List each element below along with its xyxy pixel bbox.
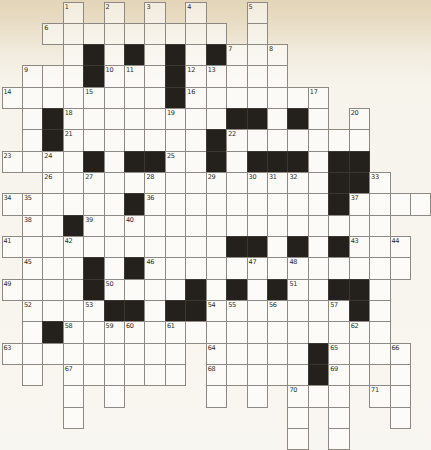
answer-square-r12c10[interactable] xyxy=(206,257,227,279)
answer-square-r4c14[interactable] xyxy=(287,87,308,109)
answer-square-r18c14[interactable]: 70 xyxy=(287,385,308,407)
answer-square-r13c7[interactable] xyxy=(144,279,165,301)
answer-square-r5c8[interactable]: 19 xyxy=(165,108,186,130)
answer-square-r9c20[interactable] xyxy=(410,193,431,215)
void-r18c13 xyxy=(267,386,287,407)
answer-square-r2c12[interactable] xyxy=(247,44,268,66)
answer-square-r10c12[interactable] xyxy=(247,215,268,237)
answer-square-r6c11[interactable]: 22 xyxy=(226,129,247,151)
answer-square-r12c11[interactable] xyxy=(226,257,247,279)
answer-square-r13c18[interactable] xyxy=(369,279,390,301)
answer-square-r17c3[interactable]: 67 xyxy=(63,364,84,386)
answer-square-r11c18[interactable] xyxy=(369,236,390,258)
answer-square-r11c19[interactable]: 44 xyxy=(390,236,411,258)
answer-square-r5c1[interactable] xyxy=(22,108,43,130)
answer-square-r16c2[interactable] xyxy=(42,343,63,365)
answer-square-r6c15[interactable] xyxy=(308,129,329,151)
answer-square-r10c6[interactable]: 40 xyxy=(124,215,145,237)
answer-square-r6c12[interactable] xyxy=(247,129,268,151)
answer-square-r3c11[interactable] xyxy=(226,65,247,87)
answer-square-r9c12[interactable] xyxy=(247,193,268,215)
answer-square-r15c12[interactable] xyxy=(247,321,268,343)
answer-square-r18c12[interactable] xyxy=(247,385,268,407)
answer-square-r17c8[interactable] xyxy=(165,364,186,386)
answer-square-r8c14[interactable]: 32 xyxy=(287,172,308,194)
answer-square-r3c7[interactable] xyxy=(144,65,165,87)
answer-square-r10c5[interactable] xyxy=(104,215,125,237)
answer-square-r4c6[interactable] xyxy=(124,87,145,109)
answer-square-r8c10[interactable]: 29 xyxy=(206,172,227,194)
answer-square-r16c13[interactable] xyxy=(267,343,288,365)
answer-square-r9c11[interactable] xyxy=(226,193,247,215)
answer-square-r18c10[interactable] xyxy=(206,385,227,407)
clue-number-51: 51 xyxy=(289,280,297,288)
answer-square-r9c18[interactable] xyxy=(369,193,390,215)
answer-square-r6c9[interactable] xyxy=(185,129,206,151)
answer-square-r1c8[interactable] xyxy=(165,23,186,45)
void-r3c14 xyxy=(288,66,308,87)
answer-square-r13c12[interactable] xyxy=(247,279,268,301)
black-square-r10c3 xyxy=(63,215,84,237)
answer-square-r4c3[interactable] xyxy=(63,87,84,109)
void-r18c8 xyxy=(165,386,185,407)
answer-square-r15c14[interactable] xyxy=(287,321,308,343)
answer-square-r12c8[interactable] xyxy=(165,257,186,279)
answer-square-r11c8[interactable] xyxy=(165,236,186,258)
answer-square-r2c7[interactable] xyxy=(144,44,165,66)
answer-square-r13c1[interactable] xyxy=(22,279,43,301)
answer-square-r16c18[interactable] xyxy=(369,343,390,365)
answer-square-r1c2[interactable]: 6 xyxy=(42,23,63,45)
void-r12c20 xyxy=(410,258,430,279)
answer-square-r6c6[interactable] xyxy=(124,129,145,151)
clue-number-62: 62 xyxy=(351,322,359,330)
answer-square-r11c5[interactable] xyxy=(104,236,125,258)
answer-square-r9c9[interactable] xyxy=(185,193,206,215)
answer-square-r16c16[interactable]: 65 xyxy=(328,343,349,365)
black-square-r2c10 xyxy=(206,44,227,66)
answer-square-r14c4[interactable]: 53 xyxy=(83,300,104,322)
answer-square-r11c9[interactable] xyxy=(185,236,206,258)
answer-square-r11c0[interactable]: 41 xyxy=(2,236,23,258)
answer-square-r15c18[interactable] xyxy=(369,321,390,343)
answer-square-r8c18[interactable]: 33 xyxy=(369,172,390,194)
answer-square-r16c5[interactable] xyxy=(104,343,125,365)
answer-square-r9c13[interactable] xyxy=(267,193,288,215)
answer-square-r13c14[interactable]: 51 xyxy=(287,279,308,301)
answer-square-r15c17[interactable]: 62 xyxy=(349,321,370,343)
answer-square-r4c7[interactable] xyxy=(144,87,165,109)
black-square-r7c6 xyxy=(124,151,145,173)
answer-square-r18c18[interactable]: 71 xyxy=(369,385,390,407)
answer-square-r4c9[interactable]: 16 xyxy=(185,87,206,109)
answer-square-r2c9[interactable] xyxy=(185,44,206,66)
answer-square-r13c10[interactable] xyxy=(206,279,227,301)
clue-number-11: 11 xyxy=(126,66,134,74)
answer-square-r0c3[interactable]: 1 xyxy=(63,2,84,24)
answer-square-r14c2[interactable] xyxy=(42,300,63,322)
answer-square-r8c6[interactable] xyxy=(124,172,145,194)
answer-square-r4c5[interactable] xyxy=(104,87,125,109)
answer-square-r13c2[interactable] xyxy=(42,279,63,301)
answer-square-r3c12[interactable] xyxy=(247,65,268,87)
answer-square-r4c4[interactable]: 15 xyxy=(83,87,104,109)
answer-square-r19c19[interactable] xyxy=(390,407,411,429)
black-square-r7c10 xyxy=(206,151,227,173)
answer-square-r8c11[interactable] xyxy=(226,172,247,194)
answer-square-r1c4[interactable] xyxy=(83,23,104,45)
answer-square-r1c7[interactable] xyxy=(144,23,165,45)
answer-square-r17c7[interactable] xyxy=(144,364,165,386)
answer-square-r1c12[interactable] xyxy=(247,23,268,45)
answer-square-r0c9[interactable]: 4 xyxy=(185,2,206,24)
clue-number-57: 57 xyxy=(330,301,338,309)
answer-square-r12c13[interactable] xyxy=(267,257,288,279)
clue-number-60: 60 xyxy=(126,322,134,330)
answer-square-r14c13[interactable]: 56 xyxy=(267,300,288,322)
answer-square-r15c16[interactable] xyxy=(328,321,349,343)
answer-square-r15c1[interactable] xyxy=(22,321,43,343)
answer-square-r6c17[interactable] xyxy=(349,129,370,151)
clue-number-22: 22 xyxy=(228,130,236,138)
answer-square-r8c15[interactable] xyxy=(308,172,329,194)
answer-square-r17c4[interactable] xyxy=(83,364,104,386)
answer-square-r11c1[interactable] xyxy=(22,236,43,258)
answer-square-r4c15[interactable]: 17 xyxy=(308,87,329,109)
answer-square-r9c14[interactable] xyxy=(287,193,308,215)
answer-square-r18c5[interactable] xyxy=(104,385,125,407)
answer-square-r2c5[interactable] xyxy=(104,44,125,66)
answer-square-r10c11[interactable] xyxy=(226,215,247,237)
answer-square-r11c15[interactable] xyxy=(308,236,329,258)
answer-square-r6c3[interactable]: 21 xyxy=(63,129,84,151)
clue-number-26: 26 xyxy=(44,173,52,181)
answer-square-r13c15[interactable] xyxy=(308,279,329,301)
answer-square-r15c7[interactable] xyxy=(144,321,165,343)
answer-square-r6c14[interactable] xyxy=(287,129,308,151)
answer-square-r11c6[interactable] xyxy=(124,236,145,258)
clue-number-19: 19 xyxy=(167,109,175,117)
answer-square-r15c4[interactable] xyxy=(83,321,104,343)
answer-square-r18c19[interactable] xyxy=(390,385,411,407)
answer-square-r19c14[interactable] xyxy=(287,407,308,429)
answer-square-r18c16[interactable] xyxy=(328,385,349,407)
answer-square-r6c13[interactable] xyxy=(267,129,288,151)
answer-square-r11c7[interactable] xyxy=(144,236,165,258)
answer-square-r15c5[interactable]: 59 xyxy=(104,321,125,343)
answer-square-r5c6[interactable] xyxy=(124,108,145,130)
answer-square-r0c5[interactable]: 2 xyxy=(104,2,125,24)
answer-square-r10c13[interactable] xyxy=(267,215,288,237)
void-r0c10 xyxy=(206,2,226,23)
answer-square-r18c3[interactable] xyxy=(63,385,84,407)
answer-square-r10c4[interactable]: 39 xyxy=(83,215,104,237)
answer-square-r9c4[interactable] xyxy=(83,193,104,215)
answer-square-r10c1[interactable]: 38 xyxy=(22,215,43,237)
answer-square-r4c0[interactable]: 14 xyxy=(2,87,23,109)
answer-square-r12c12[interactable]: 47 xyxy=(247,257,268,279)
answer-square-r15c13[interactable] xyxy=(267,321,288,343)
answer-square-r7c2[interactable]: 24 xyxy=(42,151,63,173)
void-r1c14 xyxy=(288,23,308,44)
answer-square-r15c8[interactable]: 61 xyxy=(165,321,186,343)
answer-square-r3c3[interactable] xyxy=(63,65,84,87)
answer-square-r16c14[interactable] xyxy=(287,343,308,365)
answer-square-r19c3[interactable] xyxy=(63,407,84,429)
answer-square-r5c5[interactable] xyxy=(104,108,125,130)
answer-square-r16c8[interactable] xyxy=(165,343,186,365)
answer-square-r1c5[interactable] xyxy=(104,23,125,45)
answer-square-r5c13[interactable] xyxy=(267,108,288,130)
answer-square-r3c2[interactable] xyxy=(42,65,63,87)
answer-square-r12c3[interactable] xyxy=(63,257,84,279)
answer-square-r15c10[interactable] xyxy=(206,321,227,343)
answer-square-r2c11[interactable]: 7 xyxy=(226,44,247,66)
answer-square-r10c2[interactable] xyxy=(42,215,63,237)
answer-square-r15c9[interactable] xyxy=(185,321,206,343)
answer-square-r12c16[interactable] xyxy=(328,257,349,279)
answer-square-r7c11[interactable] xyxy=(226,151,247,173)
answer-square-r14c15[interactable] xyxy=(308,300,329,322)
answer-square-r0c12[interactable]: 5 xyxy=(247,2,268,24)
clue-number-38: 38 xyxy=(24,216,32,224)
answer-square-r16c10[interactable]: 64 xyxy=(206,343,227,365)
answer-square-r9c19[interactable] xyxy=(390,193,411,215)
answer-square-r3c9[interactable]: 12 xyxy=(185,65,206,87)
black-square-r11c16 xyxy=(328,236,349,258)
answer-square-r17c19[interactable] xyxy=(390,364,411,386)
answer-square-r9c3[interactable] xyxy=(63,193,84,215)
answer-square-r11c13[interactable] xyxy=(267,236,288,258)
answer-square-r20c14[interactable] xyxy=(287,428,308,450)
answer-square-r16c11[interactable] xyxy=(226,343,247,365)
answer-square-r6c5[interactable] xyxy=(104,129,125,151)
black-square-r5c2 xyxy=(42,108,63,130)
answer-square-r8c5[interactable] xyxy=(104,172,125,194)
answer-square-r2c13[interactable]: 8 xyxy=(267,44,288,66)
answer-square-r14c3[interactable] xyxy=(63,300,84,322)
answer-square-r17c17[interactable] xyxy=(349,364,370,386)
answer-square-r5c7[interactable] xyxy=(144,108,165,130)
answer-square-r4c10[interactable] xyxy=(206,87,227,109)
answer-square-r7c1[interactable] xyxy=(22,151,43,173)
answer-square-r5c3[interactable]: 18 xyxy=(63,108,84,130)
answer-square-r11c10[interactable] xyxy=(206,236,227,258)
answer-square-r1c6[interactable] xyxy=(124,23,145,45)
answer-square-r10c8[interactable] xyxy=(165,215,186,237)
answer-square-r4c2[interactable] xyxy=(42,87,63,109)
answer-square-r4c11[interactable] xyxy=(226,87,247,109)
answer-square-r5c10[interactable] xyxy=(206,108,227,130)
answer-square-r17c13[interactable] xyxy=(267,364,288,386)
answer-square-r12c9[interactable] xyxy=(185,257,206,279)
answer-square-r13c0[interactable]: 49 xyxy=(2,279,23,301)
answer-square-r19c16[interactable] xyxy=(328,407,349,429)
answer-square-r5c9[interactable] xyxy=(185,108,206,130)
answer-square-r18c15[interactable] xyxy=(308,385,329,407)
answer-square-r9c8[interactable] xyxy=(165,193,186,215)
void-r2c15 xyxy=(308,45,328,66)
answer-square-r1c3[interactable] xyxy=(63,23,84,45)
answer-square-r6c4[interactable] xyxy=(83,129,104,151)
answer-square-r13c8[interactable] xyxy=(165,279,186,301)
answer-square-r15c3[interactable]: 58 xyxy=(63,321,84,343)
answer-square-r12c17[interactable] xyxy=(349,257,370,279)
answer-square-r7c8[interactable]: 25 xyxy=(165,151,186,173)
answer-square-r11c3[interactable]: 42 xyxy=(63,236,84,258)
answer-square-r11c17[interactable]: 43 xyxy=(349,236,370,258)
answer-square-r8c8[interactable] xyxy=(165,172,186,194)
answer-square-r16c6[interactable] xyxy=(124,343,145,365)
answer-square-r20c16[interactable] xyxy=(328,428,349,450)
answer-square-r8c4[interactable]: 27 xyxy=(83,172,104,194)
answer-square-r14c10[interactable]: 54 xyxy=(206,300,227,322)
answer-square-r9c15[interactable] xyxy=(308,193,329,215)
answer-square-r2c3[interactable] xyxy=(63,44,84,66)
answer-square-r17c5[interactable] xyxy=(104,364,125,386)
answer-square-r3c13[interactable] xyxy=(267,65,288,87)
answer-square-r0c7[interactable]: 3 xyxy=(144,2,165,24)
answer-square-r17c11[interactable] xyxy=(226,364,247,386)
answer-square-r9c17[interactable]: 37 xyxy=(349,193,370,215)
answer-square-r9c1[interactable]: 35 xyxy=(22,193,43,215)
answer-square-r14c18[interactable] xyxy=(369,300,390,322)
answer-square-r16c4[interactable] xyxy=(83,343,104,365)
answer-square-r9c5[interactable] xyxy=(104,193,125,215)
answer-square-r16c12[interactable] xyxy=(247,343,268,365)
answer-square-r6c16[interactable] xyxy=(328,129,349,151)
answer-square-r10c18[interactable] xyxy=(369,215,390,237)
answer-square-r16c0[interactable]: 63 xyxy=(2,343,23,365)
answer-square-r3c5[interactable]: 10 xyxy=(104,65,125,87)
answer-square-r15c6[interactable]: 60 xyxy=(124,321,145,343)
answer-square-r4c12[interactable] xyxy=(247,87,268,109)
void-r12c0 xyxy=(2,258,22,279)
answer-square-r10c9[interactable] xyxy=(185,215,206,237)
black-square-r3c4 xyxy=(83,65,104,87)
answer-square-r8c7[interactable]: 28 xyxy=(144,172,165,194)
clue-number-43: 43 xyxy=(351,237,359,245)
void-r14c19 xyxy=(390,301,410,322)
answer-square-r9c2[interactable] xyxy=(42,193,63,215)
answer-square-r14c12[interactable] xyxy=(247,300,268,322)
answer-square-r13c6[interactable] xyxy=(124,279,145,301)
void-r20c17 xyxy=(349,429,369,450)
answer-square-r7c9[interactable] xyxy=(185,151,206,173)
answer-square-r9c7[interactable]: 36 xyxy=(144,193,165,215)
answer-square-r17c10[interactable]: 68 xyxy=(206,364,227,386)
answer-square-r5c17[interactable]: 20 xyxy=(349,108,370,130)
answer-square-r16c19[interactable]: 66 xyxy=(390,343,411,365)
void-r18c0 xyxy=(2,386,22,407)
answer-square-r12c14[interactable]: 48 xyxy=(287,257,308,279)
answer-square-r12c19[interactable] xyxy=(390,257,411,279)
answer-square-r5c4[interactable] xyxy=(83,108,104,130)
answer-square-r1c10[interactable] xyxy=(206,23,227,45)
answer-square-r17c12[interactable] xyxy=(247,364,268,386)
answer-square-r13c3[interactable] xyxy=(63,279,84,301)
answer-square-r8c13[interactable]: 31 xyxy=(267,172,288,194)
answer-square-r11c4[interactable] xyxy=(83,236,104,258)
answer-square-r3c1[interactable]: 9 xyxy=(22,65,43,87)
answer-square-r7c5[interactable] xyxy=(104,151,125,173)
answer-square-r9c10[interactable] xyxy=(206,193,227,215)
answer-square-r10c15[interactable] xyxy=(308,215,329,237)
answer-square-r3c6[interactable]: 11 xyxy=(124,65,145,87)
void-r16c20 xyxy=(410,343,430,364)
void-r20c6 xyxy=(125,429,145,450)
void-r8c20 xyxy=(410,173,430,194)
answer-square-r10c14[interactable] xyxy=(287,215,308,237)
answer-square-r12c5[interactable] xyxy=(104,257,125,279)
answer-square-r8c9[interactable] xyxy=(185,172,206,194)
answer-square-r7c15[interactable] xyxy=(308,151,329,173)
answer-square-r13c5[interactable]: 50 xyxy=(104,279,125,301)
answer-square-r7c3[interactable] xyxy=(63,151,84,173)
answer-square-r12c15[interactable] xyxy=(308,257,329,279)
answer-square-r14c1[interactable]: 52 xyxy=(22,300,43,322)
answer-square-r14c11[interactable]: 55 xyxy=(226,300,247,322)
answer-square-r14c7[interactable] xyxy=(144,300,165,322)
answer-square-r17c1[interactable] xyxy=(22,364,43,386)
answer-square-r16c7[interactable] xyxy=(144,343,165,365)
answer-square-r10c10[interactable] xyxy=(206,215,227,237)
clue-number-63: 63 xyxy=(4,344,12,352)
void-r0c19 xyxy=(390,2,410,23)
answer-square-r15c15[interactable] xyxy=(308,321,329,343)
void-r2c17 xyxy=(349,45,369,66)
void-r17c9 xyxy=(186,365,206,386)
answer-square-r16c3[interactable] xyxy=(63,343,84,365)
answer-square-r10c7[interactable] xyxy=(144,215,165,237)
answer-square-r8c2[interactable]: 26 xyxy=(42,172,63,194)
answer-square-r12c7[interactable]: 46 xyxy=(144,257,165,279)
answer-square-r16c17[interactable] xyxy=(349,343,370,365)
answer-square-r1c9[interactable] xyxy=(185,23,206,45)
answer-square-r12c18[interactable] xyxy=(369,257,390,279)
answer-square-r14c14[interactable] xyxy=(287,300,308,322)
answer-square-r8c12[interactable]: 30 xyxy=(247,172,268,194)
answer-square-r9c0[interactable]: 34 xyxy=(2,193,23,215)
answer-square-r6c7[interactable] xyxy=(144,129,165,151)
answer-square-r11c2[interactable] xyxy=(42,236,63,258)
clue-number-32: 32 xyxy=(289,173,297,181)
clue-number-3: 3 xyxy=(146,3,150,11)
void-r20c13 xyxy=(267,429,287,450)
answer-square-r6c1[interactable] xyxy=(22,129,43,151)
answer-square-r10c16[interactable] xyxy=(328,215,349,237)
answer-square-r17c14[interactable] xyxy=(287,364,308,386)
answer-square-r17c6[interactable] xyxy=(124,364,145,386)
answer-square-r8c3[interactable] xyxy=(63,172,84,194)
answer-square-r4c13[interactable] xyxy=(267,87,288,109)
void-r18c2 xyxy=(43,386,63,407)
answer-square-r4c1[interactable] xyxy=(22,87,43,109)
answer-square-r16c1[interactable] xyxy=(22,343,43,365)
answer-square-r3c10[interactable]: 13 xyxy=(206,65,227,87)
answer-square-r7c0[interactable]: 23 xyxy=(2,151,23,173)
black-square-r5c14 xyxy=(287,108,308,130)
answer-square-r10c17[interactable] xyxy=(349,215,370,237)
answer-square-r12c2[interactable] xyxy=(42,257,63,279)
answer-square-r5c15[interactable] xyxy=(308,108,329,130)
answer-square-r15c11[interactable] xyxy=(226,321,247,343)
answer-square-r17c16[interactable]: 69 xyxy=(328,364,349,386)
answer-square-r14c16[interactable]: 57 xyxy=(328,300,349,322)
answer-square-r6c8[interactable] xyxy=(165,129,186,151)
answer-square-r12c1[interactable]: 45 xyxy=(22,257,43,279)
black-square-r8c16 xyxy=(328,172,349,194)
